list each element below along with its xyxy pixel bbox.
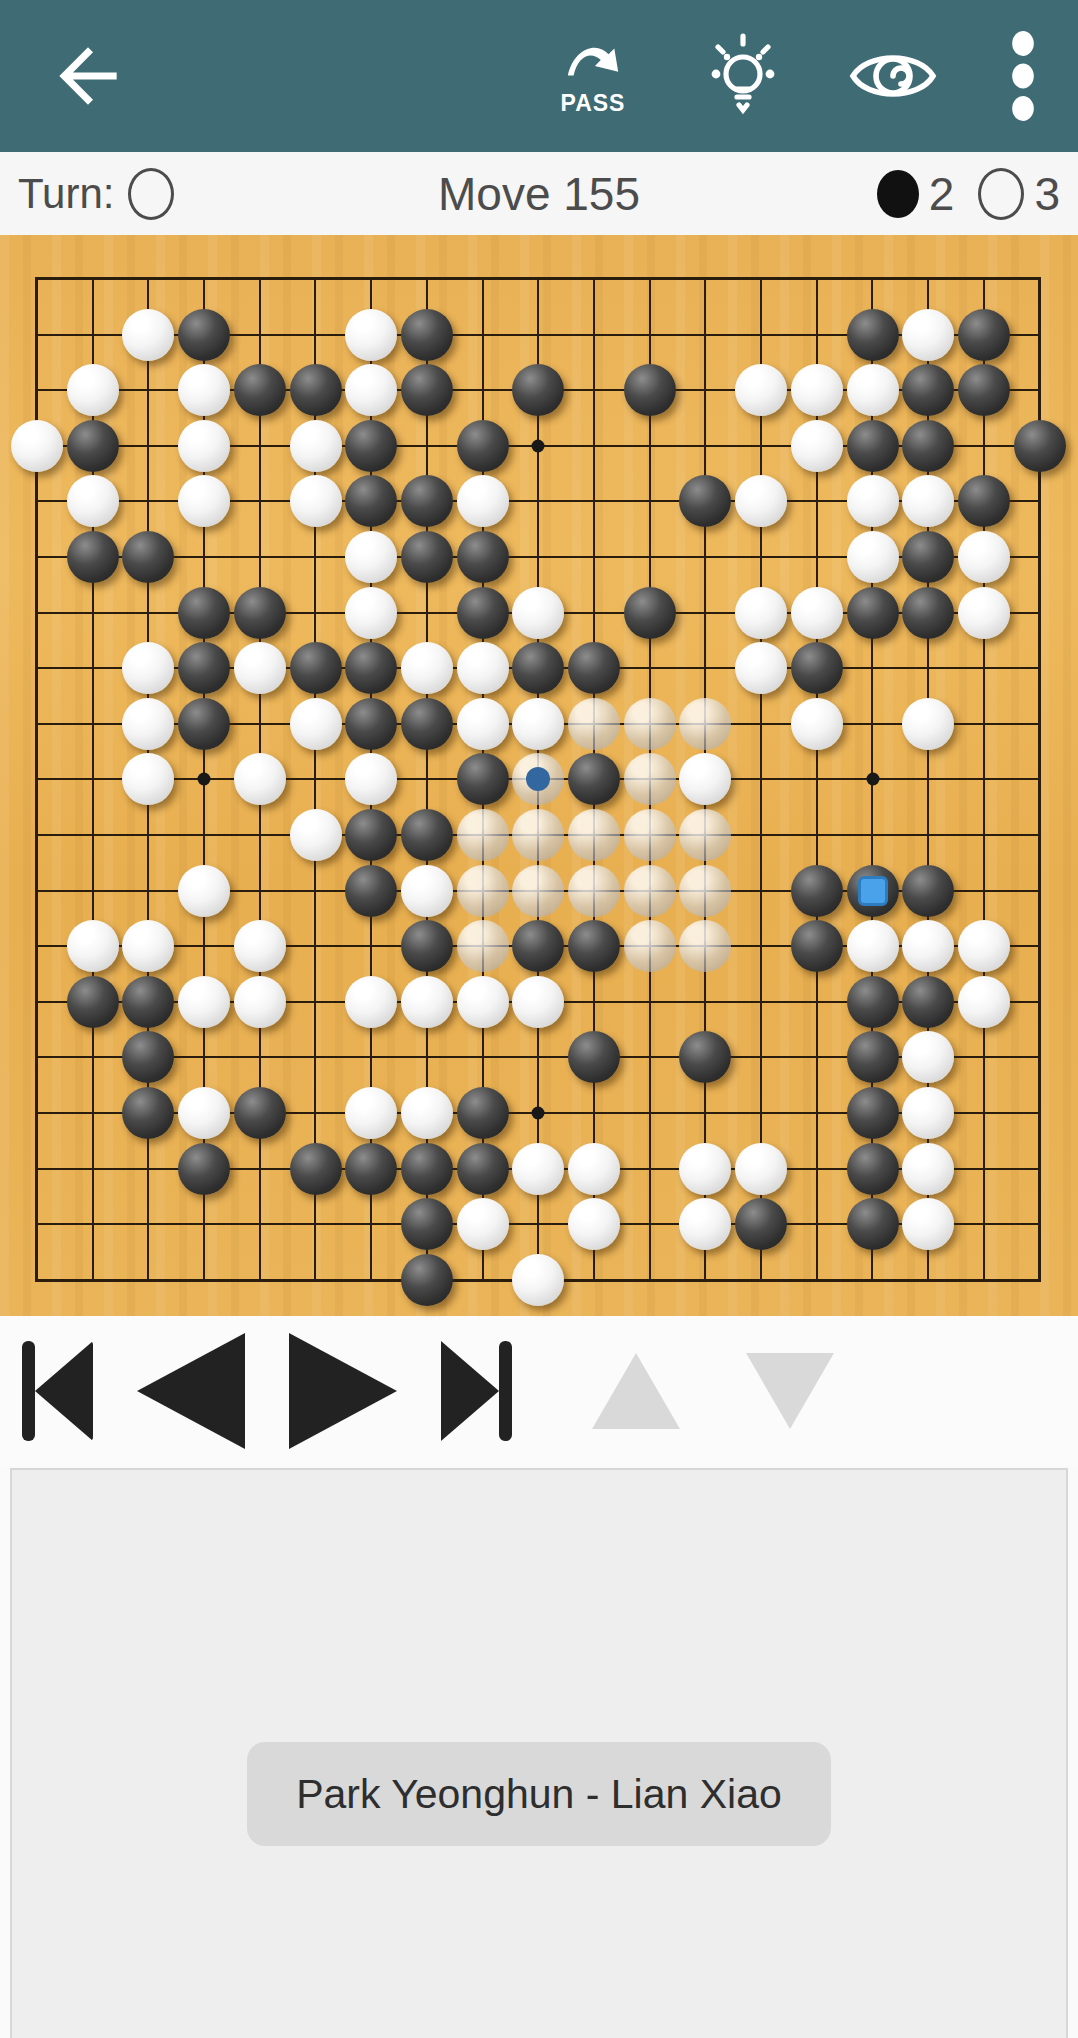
black-stone [902, 420, 954, 472]
white-stone [178, 976, 230, 1028]
board-cell [761, 279, 817, 335]
ghost-stone [679, 920, 731, 972]
white-stone [512, 976, 564, 1028]
star-point [198, 773, 211, 786]
board-cell [93, 835, 149, 891]
white-stone [345, 753, 397, 805]
step-forward-icon [289, 1333, 397, 1449]
black-stone [178, 698, 230, 750]
board-cell [538, 279, 594, 335]
capture-counts: 2 3 [877, 167, 1064, 221]
appbar-actions: PASS [518, 0, 1078, 152]
black-stone [178, 1143, 230, 1195]
white-stone [679, 753, 731, 805]
board-cell [37, 779, 93, 835]
board-cell [37, 279, 93, 335]
white-stone [401, 976, 453, 1028]
black-stone [902, 587, 954, 639]
board-cell [148, 1224, 204, 1280]
ghost-stone [624, 865, 676, 917]
board-cell [594, 501, 650, 557]
black-stone [401, 1254, 453, 1306]
white-stone [401, 642, 453, 694]
black-stone [234, 1087, 286, 1139]
board-cell [984, 1113, 1040, 1169]
board-cell [984, 1224, 1040, 1280]
board-cell [538, 501, 594, 557]
ghost-stone [457, 809, 509, 861]
black-stone [902, 865, 954, 917]
white-stone-icon [978, 168, 1024, 220]
ghost-stone [624, 753, 676, 805]
black-stone [345, 420, 397, 472]
board-cell [37, 668, 93, 724]
white-stone [178, 1087, 230, 1139]
board-cell [204, 1224, 260, 1280]
back-button[interactable] [28, 16, 148, 136]
skip-start-bar-icon [22, 1341, 35, 1441]
ghost-stone [457, 865, 509, 917]
variation-down-button[interactable] [746, 1353, 834, 1429]
black-stone [457, 420, 509, 472]
white-stone [847, 531, 899, 583]
white-stone [178, 364, 230, 416]
step-forward-button[interactable] [289, 1333, 397, 1449]
ghost-stone [679, 865, 731, 917]
hint-button[interactable] [668, 6, 818, 146]
skip-start-triangle-icon [35, 1341, 93, 1441]
white-stone [735, 364, 787, 416]
board-cell [984, 835, 1040, 891]
skip-end-bar-icon [499, 1341, 512, 1441]
white-stone [345, 364, 397, 416]
black-stone [958, 475, 1010, 527]
black-stone [401, 309, 453, 361]
white-stone [512, 1143, 564, 1195]
white-stone [290, 475, 342, 527]
white-stone [902, 698, 954, 750]
black-stone [401, 364, 453, 416]
white-stone [568, 1143, 620, 1195]
white-stone [568, 1198, 620, 1250]
ghost-stone [624, 698, 676, 750]
black-stone [67, 420, 119, 472]
board-cell [37, 1169, 93, 1225]
black-stone [902, 531, 954, 583]
black-stone [791, 642, 843, 694]
black-stone [401, 1143, 453, 1195]
black-stone [735, 1198, 787, 1250]
white-stone [735, 587, 787, 639]
down-triangle-icon [746, 1353, 834, 1429]
white-stone [11, 420, 63, 472]
white-stone [122, 920, 174, 972]
ghost-stone [624, 920, 676, 972]
ghost-stone [679, 698, 731, 750]
white-stone [791, 420, 843, 472]
board-cell [705, 279, 761, 335]
board-cell [260, 279, 316, 335]
black-stone [1014, 420, 1066, 472]
white-stone [290, 698, 342, 750]
board-cell [538, 446, 594, 502]
playback-controls [0, 1316, 1078, 1466]
black-stone [401, 698, 453, 750]
white-stone [290, 420, 342, 472]
black-stone [847, 1198, 899, 1250]
white-stone [679, 1198, 731, 1250]
step-back-button[interactable] [137, 1333, 245, 1449]
black-stone [457, 753, 509, 805]
board-cell [817, 779, 873, 835]
white-stone [122, 698, 174, 750]
black-stone [847, 1031, 899, 1083]
black-stone [178, 587, 230, 639]
white-stone [735, 1143, 787, 1195]
black-stone [847, 309, 899, 361]
white-stone [902, 475, 954, 527]
variation-up-button[interactable] [592, 1353, 680, 1429]
black-stone [791, 865, 843, 917]
board-cell [761, 779, 817, 835]
white-stone [958, 587, 1010, 639]
black-stone [568, 920, 620, 972]
go-board[interactable] [0, 235, 1078, 1316]
review-button[interactable] [818, 6, 968, 146]
white-stone [401, 865, 453, 917]
black-stone [679, 475, 731, 527]
board-cell [483, 279, 539, 335]
black-capture-count: 2 [929, 167, 955, 221]
pass-arrow-icon [562, 36, 624, 88]
ghost-stone [568, 809, 620, 861]
white-stone [457, 642, 509, 694]
eye-icon [847, 40, 939, 112]
white-stone [958, 531, 1010, 583]
board-cell [761, 1057, 817, 1113]
white-stone [122, 309, 174, 361]
black-stone [67, 976, 119, 1028]
white-stone [345, 587, 397, 639]
white-stone [902, 1031, 954, 1083]
board-cell [37, 835, 93, 891]
up-triangle-icon [592, 1353, 680, 1429]
white-stone [345, 531, 397, 583]
black-stone [457, 587, 509, 639]
black-stone [345, 809, 397, 861]
black-stone [122, 1087, 174, 1139]
board-cell [93, 1224, 149, 1280]
black-stone [234, 587, 286, 639]
ghost-stone [512, 809, 564, 861]
black-stone [679, 1031, 731, 1083]
black-stone [568, 753, 620, 805]
board-cell [761, 1002, 817, 1058]
board-cell [984, 668, 1040, 724]
white-stone [178, 475, 230, 527]
overflow-menu-button[interactable] [968, 6, 1078, 146]
black-stone [512, 642, 564, 694]
overflow-menu-icon [1008, 30, 1038, 122]
board-cell [872, 779, 928, 835]
black-stone [67, 531, 119, 583]
white-stone [902, 1198, 954, 1250]
current-point-marker [526, 767, 550, 791]
board-cell [37, 613, 93, 669]
ghost-stone [457, 920, 509, 972]
white-stone [512, 1254, 564, 1306]
ghost-stone [512, 865, 564, 917]
skip-to-start-button[interactable] [22, 1341, 93, 1441]
white-stone [345, 1087, 397, 1139]
black-stone [345, 698, 397, 750]
black-stone [345, 642, 397, 694]
black-stone [457, 1087, 509, 1139]
pass-button[interactable]: PASS [518, 6, 668, 146]
black-stone [958, 364, 1010, 416]
white-stone [847, 475, 899, 527]
black-stone [847, 976, 899, 1028]
skip-to-end-button[interactable] [441, 1341, 512, 1441]
white-stone [679, 1143, 731, 1195]
board-cell [594, 446, 650, 502]
board-cell [37, 1113, 93, 1169]
skip-end-triangle-icon [441, 1341, 499, 1441]
black-stone [512, 364, 564, 416]
status-bar: Turn: Move 155 2 3 [0, 152, 1078, 235]
white-stone [791, 587, 843, 639]
white-stone [902, 920, 954, 972]
black-stone [401, 920, 453, 972]
white-stone [958, 920, 1010, 972]
ghost-stone [624, 809, 676, 861]
white-stone [234, 920, 286, 972]
black-stone [847, 1143, 899, 1195]
lightbulb-icon [703, 30, 783, 122]
white-stone [512, 587, 564, 639]
black-stone [791, 920, 843, 972]
white-stone [67, 364, 119, 416]
black-stone [847, 1087, 899, 1139]
black-stone [234, 364, 286, 416]
white-stone [735, 642, 787, 694]
pass-label: PASS [561, 90, 626, 117]
white-stone [958, 976, 1010, 1028]
white-stone [234, 976, 286, 1028]
board-cell [984, 1057, 1040, 1113]
black-stone [122, 1031, 174, 1083]
players-button[interactable]: Park Yeonghun - Lian Xiao [247, 1742, 831, 1846]
white-stone [401, 1087, 453, 1139]
board-cell [650, 279, 706, 335]
black-stone [178, 309, 230, 361]
white-stone [290, 809, 342, 861]
white-stone [847, 364, 899, 416]
white-stone [457, 475, 509, 527]
black-stone [290, 364, 342, 416]
black-stone [345, 1143, 397, 1195]
black-stone [624, 587, 676, 639]
black-stone [290, 1143, 342, 1195]
app-bar: PASS [0, 0, 1078, 152]
board-cell [984, 724, 1040, 780]
board-cell [984, 779, 1040, 835]
black-stone [401, 1198, 453, 1250]
ghost-stone [679, 809, 731, 861]
black-stone [345, 475, 397, 527]
board-cell [37, 1224, 93, 1280]
star-point [866, 773, 879, 786]
white-capture-count: 3 [1034, 167, 1060, 221]
black-stone-icon [877, 170, 919, 218]
board-cell [928, 779, 984, 835]
white-stone [122, 642, 174, 694]
white-stone [791, 698, 843, 750]
board-cell [260, 1224, 316, 1280]
black-stone [568, 1031, 620, 1083]
black-stone [401, 809, 453, 861]
white-stone [457, 1198, 509, 1250]
black-stone [902, 976, 954, 1028]
board-cell [594, 279, 650, 335]
black-stone [847, 587, 899, 639]
white-stone [457, 698, 509, 750]
black-stone [122, 531, 174, 583]
black-stone [290, 642, 342, 694]
white-stone [345, 976, 397, 1028]
white-stone [67, 475, 119, 527]
white-stone [67, 920, 119, 972]
black-stone [401, 531, 453, 583]
step-back-icon [137, 1333, 245, 1449]
white-stone [902, 309, 954, 361]
black-stone [624, 364, 676, 416]
star-point [532, 1107, 545, 1120]
white-stone [345, 309, 397, 361]
star-point [532, 439, 545, 452]
game-info-panel: Park Yeonghun - Lian Xiao [10, 1468, 1068, 2038]
black-stone [847, 420, 899, 472]
black-stone [345, 865, 397, 917]
white-stone [902, 1087, 954, 1139]
black-stone [457, 531, 509, 583]
black-stone [902, 364, 954, 416]
board-cell [37, 1057, 93, 1113]
white-stone [791, 364, 843, 416]
black-stone [568, 642, 620, 694]
black-stone [457, 1143, 509, 1195]
white-stone [178, 865, 230, 917]
board-cell [37, 724, 93, 780]
board-cell [984, 1169, 1040, 1225]
black-stone [958, 309, 1010, 361]
black-stone [122, 976, 174, 1028]
ghost-stone [568, 698, 620, 750]
white-stone [512, 698, 564, 750]
white-stone [735, 475, 787, 527]
board-cell [315, 1224, 371, 1280]
white-stone [234, 642, 286, 694]
board-cell [93, 1169, 149, 1225]
white-stone [847, 920, 899, 972]
white-stone [178, 420, 230, 472]
ghost-stone [568, 865, 620, 917]
black-stone [512, 920, 564, 972]
back-arrow-icon [45, 33, 131, 119]
white-stone [234, 753, 286, 805]
white-stone [457, 976, 509, 1028]
white-stone [122, 753, 174, 805]
black-stone [178, 642, 230, 694]
white-stone [902, 1143, 954, 1195]
last-move-marker [858, 876, 888, 906]
black-stone [401, 475, 453, 527]
